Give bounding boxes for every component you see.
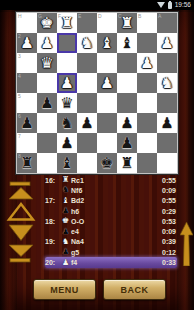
- square-h2[interactable]: 2♟: [17, 33, 37, 53]
- rank-label: 5: [18, 93, 21, 99]
- move-row: ♞Nf60:09: [45, 185, 177, 195]
- move-text: h6: [71, 208, 151, 215]
- move-row-current: 20:♟f40:33: [45, 257, 177, 267]
- square-d1[interactable]: D: [97, 13, 117, 33]
- move-time: 0:33: [151, 259, 177, 266]
- square-e3[interactable]: [77, 53, 97, 73]
- move-text: e4: [71, 228, 151, 235]
- rank-label: 8: [18, 153, 21, 159]
- square-g2[interactable]: ♟: [37, 33, 57, 53]
- move-text: g5: [71, 249, 151, 256]
- move-time: 0:12: [151, 249, 177, 256]
- square-d4[interactable]: ♟: [97, 73, 117, 93]
- square-d3[interactable]: [97, 53, 117, 73]
- square-g1[interactable]: G♚: [37, 13, 57, 33]
- square-d7[interactable]: [97, 133, 117, 153]
- square-b7[interactable]: [137, 133, 157, 153]
- file-label: A: [158, 13, 161, 19]
- move-piece-icon: ♚: [60, 216, 71, 226]
- square-f6[interactable]: ♞: [57, 113, 77, 133]
- black-queen: ♛: [57, 93, 77, 113]
- file-label: F: [58, 13, 61, 19]
- file-label: C: [118, 13, 122, 19]
- square-b4[interactable]: [137, 73, 157, 93]
- square-d8[interactable]: ♚: [97, 153, 117, 173]
- black-knight: ♞: [57, 113, 77, 133]
- black-bishop: ♝: [117, 33, 137, 53]
- square-c2[interactable]: ♝: [117, 33, 137, 53]
- square-a5[interactable]: [157, 93, 177, 113]
- move-piece-icon: ♟: [60, 247, 71, 257]
- square-b8[interactable]: [137, 153, 157, 173]
- chess-board: HG♚F♜EDC♜BA2♟♟♞♝♝♟3♛♟4♟♟♞5♟♛6♟♞♟♟♟7♟♟8♜♝…: [16, 12, 178, 174]
- status-bar: 19:56: [0, 0, 194, 10]
- square-f8[interactable]: ♝: [57, 153, 77, 173]
- rank-label: 4: [18, 73, 21, 79]
- white-bishop: ♝: [97, 33, 117, 53]
- square-h3[interactable]: 3: [17, 53, 37, 73]
- square-e4[interactable]: [77, 73, 97, 93]
- rank-label: 2: [18, 33, 21, 39]
- square-f1[interactable]: F♜: [57, 13, 77, 33]
- white-queen: ♛: [37, 53, 57, 73]
- square-c8[interactable]: ♜: [117, 153, 137, 173]
- move-piece-icon: ♟: [60, 227, 71, 237]
- jump-to-last-move-button[interactable]: [5, 244, 37, 263]
- square-c3[interactable]: [117, 53, 137, 73]
- square-c7[interactable]: ♟: [117, 133, 137, 153]
- move-piece-icon: ♜: [60, 175, 71, 185]
- square-b2[interactable]: [137, 33, 157, 53]
- move-piece-icon: ♟: [60, 206, 71, 216]
- square-b6[interactable]: [137, 113, 157, 133]
- white-pawn: ♟: [37, 33, 57, 53]
- move-text: Na4: [71, 238, 151, 245]
- square-h4[interactable]: 4: [17, 73, 37, 93]
- move-list[interactable]: 16:♜Rc10:55♞Nf60:0917:♝Bd20:55♟h60:2918:…: [45, 175, 177, 268]
- jump-to-first-move-button[interactable]: [5, 181, 37, 200]
- white-pawn: ♟: [137, 53, 157, 73]
- square-h1[interactable]: H: [17, 13, 37, 33]
- move-number: 16:: [45, 177, 60, 184]
- square-g7[interactable]: [37, 133, 57, 153]
- black-rook: ♜: [117, 153, 137, 173]
- back-button[interactable]: BACK: [103, 279, 166, 300]
- square-a2[interactable]: ♟: [157, 33, 177, 53]
- square-a3[interactable]: [157, 53, 177, 73]
- square-f7[interactable]: ♟: [57, 133, 77, 153]
- black-pawn: ♟: [157, 113, 177, 133]
- menu-button[interactable]: MENU: [33, 279, 96, 300]
- move-piece-icon: ♞: [60, 237, 71, 247]
- square-a6[interactable]: ♟: [157, 113, 177, 133]
- move-row: ♟h60:29: [45, 206, 177, 216]
- move-text: O-O: [71, 218, 151, 225]
- square-c5[interactable]: [117, 93, 137, 113]
- square-d2[interactable]: ♝: [97, 33, 117, 53]
- move-number: 19:: [45, 238, 60, 245]
- white-knight: ♞: [157, 73, 177, 93]
- chess-app-screen: 19:56 HG♚F♜EDC♜BA2♟♟♞♝♝♟3♛♟4♟♟♞5♟♛6♟♞♟♟♟…: [0, 0, 194, 310]
- square-c4[interactable]: [117, 73, 137, 93]
- white-knight: ♞: [77, 33, 97, 53]
- move-time: 0:53: [151, 218, 177, 225]
- move-piece-icon: ♟: [60, 258, 71, 268]
- square-c1[interactable]: C♜: [117, 13, 137, 33]
- file-label: B: [138, 13, 141, 19]
- black-pawn: ♟: [117, 113, 137, 133]
- file-label: E: [78, 13, 81, 19]
- move-time: 0:29: [151, 208, 177, 215]
- move-time: 0:09: [151, 187, 177, 194]
- square-f3[interactable]: [57, 53, 77, 73]
- square-f5[interactable]: ♛: [57, 93, 77, 113]
- move-time: 0:55: [151, 177, 177, 184]
- square-e5[interactable]: [77, 93, 97, 113]
- square-e6[interactable]: ♟: [77, 113, 97, 133]
- move-piece-icon: ♞: [60, 185, 71, 195]
- square-b3[interactable]: ♟: [137, 53, 157, 73]
- scroll-to-latest-button[interactable]: [180, 222, 193, 266]
- square-e7[interactable]: [77, 133, 97, 153]
- square-f2[interactable]: [57, 33, 77, 53]
- square-g6[interactable]: [37, 113, 57, 133]
- move-text: Bd2: [71, 197, 151, 204]
- file-label: D: [98, 13, 102, 19]
- white-pawn: ♟: [157, 33, 177, 53]
- move-number: 20:: [45, 259, 60, 266]
- rank-label: 7: [18, 133, 21, 139]
- square-e8[interactable]: [77, 153, 97, 173]
- move-piece-icon: ♝: [60, 196, 71, 206]
- move-text: f4: [71, 259, 151, 266]
- move-time: 0:55: [151, 197, 177, 204]
- square-h7[interactable]: 7: [17, 133, 37, 153]
- square-b1[interactable]: B: [137, 13, 157, 33]
- move-navigation-panel: [5, 181, 39, 263]
- square-e2[interactable]: ♞: [77, 33, 97, 53]
- white-pawn: ♟: [97, 73, 117, 93]
- black-pawn: ♟: [77, 113, 97, 133]
- square-g3[interactable]: ♛: [37, 53, 57, 73]
- square-g4[interactable]: [37, 73, 57, 93]
- square-a8[interactable]: [157, 153, 177, 173]
- rank-label: 6: [18, 113, 21, 119]
- move-row: 16:♜Rc10:55: [45, 175, 177, 185]
- square-h6[interactable]: 6♟: [17, 113, 37, 133]
- move-row: 19:♞Na40:39: [45, 237, 177, 247]
- white-pawn: ♟: [57, 73, 77, 93]
- square-g5[interactable]: ♟: [37, 93, 57, 113]
- carved-pillar-left: [0, 10, 17, 310]
- black-pawn: ♟: [37, 93, 57, 113]
- black-king: ♚: [97, 153, 117, 173]
- square-h5[interactable]: 5: [17, 93, 37, 113]
- move-time: 0:39: [151, 238, 177, 245]
- move-row: 18:♚O-O0:53: [45, 216, 177, 226]
- move-row: ♟g50:12: [45, 247, 177, 257]
- square-g8[interactable]: [37, 153, 57, 173]
- square-b5[interactable]: [137, 93, 157, 113]
- battery-icon: [168, 2, 172, 9]
- black-pawn: ♟: [57, 133, 77, 153]
- square-f4[interactable]: ♟: [57, 73, 77, 93]
- square-a4[interactable]: ♞: [157, 73, 177, 93]
- previous-move-button[interactable]: [5, 202, 37, 221]
- move-number: 18:: [45, 218, 60, 225]
- move-number: 17:: [45, 197, 60, 204]
- square-c6[interactable]: ♟: [117, 113, 137, 133]
- file-label: H: [18, 13, 22, 19]
- move-row: 17:♝Bd20:55: [45, 196, 177, 206]
- file-label: G: [38, 13, 42, 19]
- square-a7[interactable]: [157, 133, 177, 153]
- square-e1[interactable]: E: [77, 13, 97, 33]
- move-text: Nf6: [71, 187, 151, 194]
- square-d6[interactable]: [97, 113, 117, 133]
- next-move-button[interactable]: [5, 223, 37, 242]
- wifi-icon: [157, 2, 165, 8]
- square-d5[interactable]: [97, 93, 117, 113]
- status-clock: 19:56: [175, 0, 191, 10]
- move-time: 0:09: [151, 228, 177, 235]
- square-h8[interactable]: 8♜: [17, 153, 37, 173]
- move-text: Rc1: [71, 177, 151, 184]
- move-row: ♟e40:09: [45, 226, 177, 236]
- black-pawn: ♟: [117, 133, 137, 153]
- black-bishop: ♝: [57, 153, 77, 173]
- rank-label: 3: [18, 53, 21, 59]
- square-a1[interactable]: A: [157, 13, 177, 33]
